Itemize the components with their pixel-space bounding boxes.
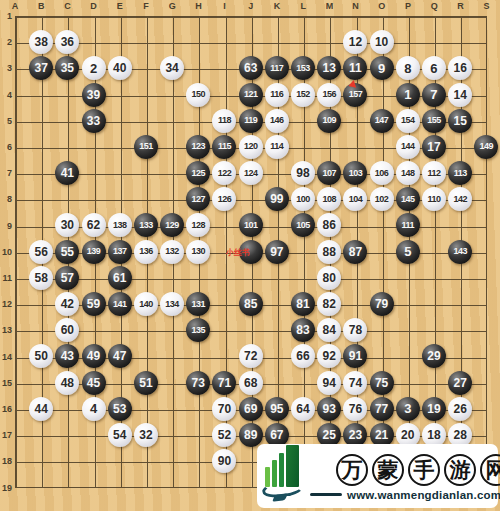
site-name-character: 万 — [336, 454, 368, 486]
move-number: 132 — [165, 247, 179, 256]
stone-47[interactable]: 47 — [108, 344, 132, 368]
stone-34[interactable]: 34 — [160, 56, 184, 80]
stone-95[interactable]: 95 — [265, 397, 289, 421]
stone-135[interactable]: 135 — [186, 318, 210, 342]
move-number: 117 — [270, 64, 283, 73]
stone-78[interactable]: 78 — [343, 318, 367, 342]
move-number: 32 — [139, 429, 152, 441]
stone-157[interactable]: 157 — [343, 83, 367, 107]
stone-125[interactable]: 125 — [186, 161, 210, 185]
stone-85[interactable]: 85 — [239, 292, 263, 316]
stone-4[interactable]: 4 — [82, 397, 106, 421]
stone-131[interactable]: 131 — [186, 292, 210, 316]
stone-12[interactable]: 12 — [343, 30, 367, 54]
red-annotation-text: 小丝书 — [226, 247, 270, 258]
move-number: 129 — [165, 221, 179, 230]
stone-79[interactable]: 79 — [370, 292, 394, 316]
stone-149[interactable]: 149 — [474, 135, 498, 159]
move-number: 57 — [61, 272, 74, 284]
move-number: 109 — [322, 116, 336, 125]
move-number: 154 — [401, 116, 415, 125]
move-number: 105 — [296, 221, 310, 230]
stone-104[interactable]: 104 — [343, 187, 367, 211]
move-number: 13 — [323, 62, 336, 74]
stone-74[interactable]: 74 — [343, 371, 367, 395]
stone-91[interactable]: 91 — [343, 344, 367, 368]
stone-27[interactable]: 27 — [448, 371, 472, 395]
move-number: 88 — [323, 246, 336, 258]
stone-63[interactable]: 63 — [239, 56, 263, 80]
stone-141[interactable]: 141 — [108, 292, 132, 316]
stone-138[interactable]: 138 — [108, 213, 132, 237]
move-number: 90 — [218, 455, 231, 467]
stone-17[interactable]: 17 — [422, 135, 446, 159]
move-number: 36 — [61, 36, 74, 48]
site-name-character: 蒙 — [372, 454, 404, 486]
stone-152[interactable]: 152 — [291, 83, 315, 107]
move-number: 59 — [87, 298, 100, 310]
stone-143[interactable]: 143 — [448, 240, 472, 264]
stone-49[interactable]: 49 — [82, 344, 106, 368]
move-number: 4 — [90, 402, 97, 415]
move-number: 34 — [165, 62, 178, 74]
stone-15[interactable]: 15 — [448, 109, 472, 133]
stone-102[interactable]: 102 — [370, 187, 394, 211]
move-number: 133 — [139, 221, 153, 230]
move-number: 30 — [61, 219, 74, 231]
move-number: 84 — [323, 324, 336, 336]
move-number: 62 — [87, 219, 100, 231]
stone-33[interactable]: 33 — [82, 109, 106, 133]
stone-77[interactable]: 77 — [370, 397, 394, 421]
stones-grid: 3836121037352403463117153131198616391501… — [2, 3, 500, 501]
move-number: 149 — [480, 142, 494, 151]
move-number: 111 — [402, 221, 415, 230]
move-number: 14 — [453, 89, 466, 101]
move-number: 134 — [165, 300, 179, 309]
stone-72[interactable]: 72 — [239, 344, 263, 368]
stone-36[interactable]: 36 — [55, 30, 79, 54]
stone-108[interactable]: 108 — [317, 187, 341, 211]
stone-151[interactable]: 151 — [134, 135, 158, 159]
move-number: 3 — [404, 402, 411, 415]
move-number: 54 — [113, 429, 126, 441]
move-number: 56 — [34, 246, 47, 258]
move-number: 95 — [270, 403, 283, 415]
stone-10[interactable]: 10 — [370, 30, 394, 54]
stone-59[interactable]: 59 — [82, 292, 106, 316]
stone-117[interactable]: 117 — [265, 56, 289, 80]
move-number: 121 — [244, 90, 258, 99]
move-number: 78 — [349, 324, 362, 336]
move-number: 81 — [296, 298, 309, 310]
move-number: 68 — [244, 377, 257, 389]
move-number: 136 — [139, 247, 153, 256]
move-number: 113 — [454, 169, 467, 178]
stone-7[interactable]: 7 — [422, 83, 446, 107]
stone-48[interactable]: 48 — [55, 371, 79, 395]
stone-14[interactable]: 14 — [448, 83, 472, 107]
move-number: 77 — [375, 403, 388, 415]
stone-56[interactable]: 56 — [29, 240, 53, 264]
move-number: 35 — [61, 62, 74, 74]
stone-89[interactable]: 89 — [239, 423, 263, 447]
move-number: 20 — [401, 429, 414, 441]
move-number: 150 — [192, 90, 206, 99]
move-number: 93 — [323, 403, 336, 415]
move-number: 108 — [322, 195, 336, 204]
stone-61[interactable]: 61 — [108, 266, 132, 290]
stone-136[interactable]: 136 — [134, 240, 158, 264]
stone-16[interactable]: 16 — [448, 56, 472, 80]
move-number: 63 — [244, 62, 257, 74]
stone-80[interactable]: 80 — [317, 266, 341, 290]
stone-145[interactable]: 145 — [396, 187, 420, 211]
move-number: 41 — [61, 167, 74, 179]
stone-41[interactable]: 41 — [55, 161, 79, 185]
move-number: 58 — [34, 272, 47, 284]
stone-139[interactable]: 139 — [82, 240, 106, 264]
stone-123[interactable]: 123 — [186, 135, 210, 159]
move-number: 6 — [430, 62, 437, 75]
move-number: 124 — [244, 169, 258, 178]
site-name-character: 网 — [480, 454, 500, 486]
stone-124[interactable]: 124 — [239, 161, 263, 185]
stone-110[interactable]: 110 — [422, 187, 446, 211]
move-number: 103 — [349, 169, 363, 178]
stone-133[interactable]: 133 — [134, 213, 158, 237]
move-number: 86 — [323, 219, 336, 231]
move-number: 116 — [270, 90, 283, 99]
stone-64[interactable]: 64 — [291, 397, 315, 421]
move-number: 19 — [427, 403, 440, 415]
move-number: 33 — [87, 115, 100, 127]
move-number: 27 — [453, 377, 466, 389]
stone-118[interactable]: 118 — [212, 109, 236, 133]
stone-54[interactable]: 54 — [108, 423, 132, 447]
move-number: 80 — [323, 272, 336, 284]
move-number: 104 — [349, 195, 363, 204]
stone-84[interactable]: 84 — [317, 318, 341, 342]
move-number: 39 — [87, 89, 100, 101]
site-url: www.wanmengdianlan.com — [347, 489, 500, 501]
stone-98[interactable]: 98 — [291, 161, 315, 185]
stone-83[interactable]: 83 — [291, 318, 315, 342]
move-number: 143 — [453, 247, 467, 256]
move-number: 73 — [192, 377, 205, 389]
move-number: 137 — [113, 247, 127, 256]
move-number: 135 — [192, 326, 206, 335]
stone-75[interactable]: 75 — [370, 371, 394, 395]
move-number: 49 — [87, 350, 100, 362]
move-number: 139 — [87, 247, 101, 256]
stone-100[interactable]: 100 — [291, 187, 315, 211]
stone-120[interactable]: 120 — [239, 135, 263, 159]
stone-40[interactable]: 40 — [108, 56, 132, 80]
move-number: 87 — [349, 246, 362, 258]
move-number: 152 — [296, 90, 310, 99]
move-number: 128 — [192, 221, 206, 230]
stone-144[interactable]: 144 — [396, 135, 420, 159]
stone-38[interactable]: 38 — [29, 30, 53, 54]
move-number: 71 — [218, 377, 231, 389]
move-number: 55 — [61, 246, 74, 258]
stone-6[interactable]: 6 — [422, 56, 446, 80]
move-number: 127 — [192, 195, 206, 204]
stone-19[interactable]: 19 — [422, 397, 446, 421]
stone-44[interactable]: 44 — [29, 397, 53, 421]
move-number: 7 — [430, 88, 437, 101]
stone-82[interactable]: 82 — [317, 292, 341, 316]
stone-42[interactable]: 42 — [55, 292, 79, 316]
move-number: 47 — [113, 350, 126, 362]
stone-39[interactable]: 39 — [82, 83, 106, 107]
stone-109[interactable]: 109 — [317, 109, 341, 133]
move-number: 60 — [61, 324, 74, 336]
stone-113[interactable]: 113 — [448, 161, 472, 185]
move-number: 75 — [375, 377, 388, 389]
move-number: 98 — [296, 167, 309, 179]
stone-155[interactable]: 155 — [422, 109, 446, 133]
stone-9[interactable]: 9 — [370, 56, 394, 80]
stone-5[interactable]: 5 — [396, 240, 420, 264]
stone-62[interactable]: 62 — [82, 213, 106, 237]
move-number: 61 — [113, 272, 126, 284]
stone-66[interactable]: 66 — [291, 344, 315, 368]
stone-93[interactable]: 93 — [317, 397, 341, 421]
move-number: 82 — [323, 298, 336, 310]
move-number: 118 — [218, 116, 231, 125]
move-number: 44 — [34, 403, 47, 415]
move-number: 89 — [244, 429, 257, 441]
move-number: 18 — [427, 429, 440, 441]
move-number: 76 — [349, 403, 362, 415]
move-number: 53 — [113, 403, 126, 415]
stone-106[interactable]: 106 — [370, 161, 394, 185]
move-number: 123 — [192, 142, 206, 151]
stone-30[interactable]: 30 — [55, 213, 79, 237]
stone-132[interactable]: 132 — [160, 240, 184, 264]
move-number: 126 — [218, 195, 232, 204]
stone-86[interactable]: 86 — [317, 213, 341, 237]
stone-122[interactable]: 122 — [212, 161, 236, 185]
stone-107[interactable]: 107 — [317, 161, 341, 185]
divider — [310, 493, 342, 496]
move-number: 16 — [453, 62, 466, 74]
stone-8[interactable]: 8 — [396, 56, 420, 80]
stone-153[interactable]: 153 — [291, 56, 315, 80]
move-number: 115 — [218, 142, 231, 151]
site-name-character: 手 — [408, 454, 440, 486]
go-app-screen: ABCDEFGHIJKLMNOPQRS 12345678910111213141… — [0, 0, 500, 511]
stone-148[interactable]: 148 — [396, 161, 420, 185]
stone-156[interactable]: 156 — [317, 83, 341, 107]
move-number: 157 — [349, 90, 363, 99]
stone-94[interactable]: 94 — [317, 371, 341, 395]
stone-90[interactable]: 90 — [212, 449, 236, 473]
stone-26[interactable]: 26 — [448, 397, 472, 421]
stone-111[interactable]: 111 — [396, 213, 420, 237]
stone-150[interactable]: 150 — [186, 83, 210, 107]
stone-29[interactable]: 29 — [422, 344, 446, 368]
stone-129[interactable]: 129 — [160, 213, 184, 237]
stone-134[interactable]: 134 — [160, 292, 184, 316]
stone-73[interactable]: 73 — [186, 371, 210, 395]
stone-55[interactable]: 55 — [55, 240, 79, 264]
move-number: 100 — [296, 195, 310, 204]
stone-126[interactable]: 126 — [212, 187, 236, 211]
move-number: 17 — [427, 141, 440, 153]
stone-130[interactable]: 130 — [186, 240, 210, 264]
move-number: 15 — [453, 115, 466, 127]
move-number: 130 — [192, 247, 206, 256]
stone-119[interactable]: 119 — [239, 109, 263, 133]
stone-52[interactable]: 52 — [212, 423, 236, 447]
stone-50[interactable]: 50 — [29, 344, 53, 368]
move-number: 51 — [139, 377, 152, 389]
stone-99[interactable]: 99 — [265, 187, 289, 211]
stone-97[interactable]: 97 — [265, 240, 289, 264]
move-number: 66 — [296, 350, 309, 362]
stone-58[interactable]: 58 — [29, 266, 53, 290]
move-number: 145 — [401, 195, 415, 204]
move-number: 1 — [404, 88, 411, 101]
stone-127[interactable]: 127 — [186, 187, 210, 211]
move-number: 79 — [375, 298, 388, 310]
stone-128[interactable]: 128 — [186, 213, 210, 237]
move-number: 146 — [270, 116, 284, 125]
stone-1[interactable]: 1 — [396, 83, 420, 107]
stone-147[interactable]: 147 — [370, 109, 394, 133]
stone-137[interactable]: 137 — [108, 240, 132, 264]
move-number: 92 — [323, 350, 336, 362]
move-number: 74 — [349, 377, 362, 389]
move-number: 106 — [375, 169, 389, 178]
stone-87[interactable]: 87 — [343, 240, 367, 264]
stone-51[interactable]: 51 — [134, 371, 158, 395]
move-number: 8 — [404, 62, 411, 75]
move-number: 85 — [244, 298, 257, 310]
stone-13[interactable]: 13 — [317, 56, 341, 80]
move-number: 67 — [270, 429, 283, 441]
stone-92[interactable]: 92 — [317, 344, 341, 368]
move-number: 110 — [427, 195, 440, 204]
move-number: 69 — [244, 403, 257, 415]
move-number: 99 — [270, 193, 283, 205]
stone-37[interactable]: 37 — [29, 56, 53, 80]
site-name-character: 游 — [444, 454, 476, 486]
move-number: 107 — [322, 169, 336, 178]
stone-11[interactable]: 11 — [343, 56, 367, 80]
stone-71[interactable]: 71 — [212, 371, 236, 395]
stone-154[interactable]: 154 — [396, 109, 420, 133]
move-number: 43 — [61, 350, 74, 362]
move-number: 29 — [427, 350, 440, 362]
move-number: 72 — [244, 350, 257, 362]
stone-45[interactable]: 45 — [82, 371, 106, 395]
move-number: 52 — [218, 429, 231, 441]
move-number: 91 — [349, 350, 362, 362]
stone-81[interactable]: 81 — [291, 292, 315, 316]
move-number: 38 — [34, 36, 47, 48]
move-number: 21 — [375, 429, 388, 441]
move-number: 64 — [296, 403, 309, 415]
stone-3[interactable]: 3 — [396, 397, 420, 421]
stone-115[interactable]: 115 — [212, 135, 236, 159]
stone-red-marked[interactable]: 小丝书 — [239, 240, 263, 264]
stone-103[interactable]: 103 — [343, 161, 367, 185]
stone-53[interactable]: 53 — [108, 397, 132, 421]
stone-70[interactable]: 70 — [212, 397, 236, 421]
stone-88[interactable]: 88 — [317, 240, 341, 264]
move-number: 70 — [218, 403, 231, 415]
move-number: 25 — [323, 429, 336, 441]
stone-105[interactable]: 105 — [291, 213, 315, 237]
move-number: 120 — [244, 142, 258, 151]
move-number: 156 — [322, 90, 336, 99]
stone-114[interactable]: 114 — [265, 135, 289, 159]
move-number: 112 — [427, 169, 440, 178]
stone-101[interactable]: 101 — [239, 213, 263, 237]
stone-140[interactable]: 140 — [134, 292, 158, 316]
site-logo-icon — [262, 449, 310, 503]
move-number: 151 — [139, 142, 153, 151]
stone-35[interactable]: 35 — [55, 56, 79, 80]
move-number: 37 — [34, 62, 47, 74]
move-number: 9 — [378, 62, 385, 75]
move-number: 5 — [404, 245, 411, 258]
stone-112[interactable]: 112 — [422, 161, 446, 185]
stone-43[interactable]: 43 — [55, 344, 79, 368]
move-number: 140 — [139, 300, 153, 309]
stone-2[interactable]: 2 — [82, 56, 106, 80]
stone-32[interactable]: 32 — [134, 423, 158, 447]
move-number: 40 — [113, 62, 126, 74]
move-number: 10 — [375, 36, 388, 48]
stone-142[interactable]: 142 — [448, 187, 472, 211]
stone-68[interactable]: 68 — [239, 371, 263, 395]
last-move-marker-icon — [349, 79, 358, 88]
stone-57[interactable]: 57 — [55, 266, 79, 290]
move-number: 125 — [192, 169, 206, 178]
stone-146[interactable]: 146 — [265, 109, 289, 133]
move-number: 114 — [270, 142, 283, 151]
stone-69[interactable]: 69 — [239, 397, 263, 421]
move-number: 12 — [349, 36, 362, 48]
stone-116[interactable]: 116 — [265, 83, 289, 107]
move-number: 148 — [401, 169, 415, 178]
move-number: 144 — [401, 142, 415, 151]
stone-76[interactable]: 76 — [343, 397, 367, 421]
move-number: 94 — [323, 377, 336, 389]
move-number: 42 — [61, 298, 74, 310]
move-number: 138 — [113, 221, 127, 230]
move-number: 142 — [453, 195, 467, 204]
stone-121[interactable]: 121 — [239, 83, 263, 107]
move-number: 119 — [244, 116, 257, 125]
move-number: 26 — [453, 403, 466, 415]
move-number: 23 — [349, 429, 362, 441]
stone-60[interactable]: 60 — [55, 318, 79, 342]
move-number: 50 — [34, 350, 47, 362]
move-number: 2 — [90, 62, 97, 75]
move-number: 141 — [113, 300, 127, 309]
move-number: 155 — [427, 116, 441, 125]
move-number: 153 — [296, 64, 310, 73]
watermark-logo: 万蒙手游网 www.wanmengdianlan.com — [257, 444, 498, 508]
move-number: 28 — [453, 429, 466, 441]
move-number: 102 — [375, 195, 389, 204]
